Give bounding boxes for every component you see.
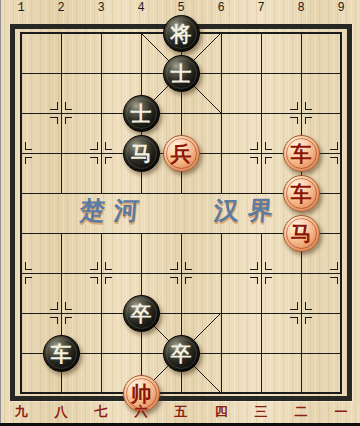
piece-glyph: 兵 xyxy=(171,143,192,164)
xiangqi-screen: 123456789 楚河 汉界 将士士马兵车车马卒车卒帅 九八七六五四三二一 xyxy=(0,0,360,426)
piece-glyph: 车 xyxy=(291,183,312,204)
black-advisor-piece[interactable]: 士 xyxy=(163,55,200,92)
red-horse-piece[interactable]: 马 xyxy=(283,215,320,252)
black-general-piece[interactable]: 将 xyxy=(163,15,200,52)
bottom-coordinate-label: 六 xyxy=(121,403,161,421)
piece-glyph: 卒 xyxy=(131,303,152,324)
black-horse-piece[interactable]: 马 xyxy=(123,135,160,172)
bottom-coordinate-label: 三 xyxy=(241,403,281,421)
piece-glyph: 帅 xyxy=(131,383,152,404)
bottom-coordinate-label: 八 xyxy=(41,403,81,421)
piece-glyph: 士 xyxy=(171,63,192,84)
bottom-coordinate-label: 一 xyxy=(321,403,360,421)
pieces-layer: 将士士马兵车车马卒车卒帅 xyxy=(0,0,360,426)
piece-glyph: 卒 xyxy=(171,343,192,364)
bottom-coordinate-label: 七 xyxy=(81,403,121,421)
bottom-coordinate-label: 五 xyxy=(161,403,201,421)
red-soldier-piece[interactable]: 兵 xyxy=(163,135,200,172)
black-soldier-piece[interactable]: 卒 xyxy=(123,295,160,332)
piece-glyph: 马 xyxy=(131,143,152,164)
piece-glyph: 车 xyxy=(291,143,312,164)
red-chariot-piece[interactable]: 车 xyxy=(283,175,320,212)
bottom-coordinate-label: 二 xyxy=(281,403,321,421)
black-advisor-piece[interactable]: 士 xyxy=(123,95,160,132)
piece-glyph: 车 xyxy=(51,343,72,364)
bottom-coordinate-label: 四 xyxy=(201,403,241,421)
black-chariot-piece[interactable]: 车 xyxy=(43,335,80,372)
piece-glyph: 士 xyxy=(131,103,152,124)
piece-glyph: 马 xyxy=(291,223,312,244)
black-soldier-piece[interactable]: 卒 xyxy=(163,335,200,372)
bottom-coordinate-label: 九 xyxy=(1,403,41,421)
red-chariot-piece[interactable]: 车 xyxy=(283,135,320,172)
piece-glyph: 将 xyxy=(171,23,192,44)
